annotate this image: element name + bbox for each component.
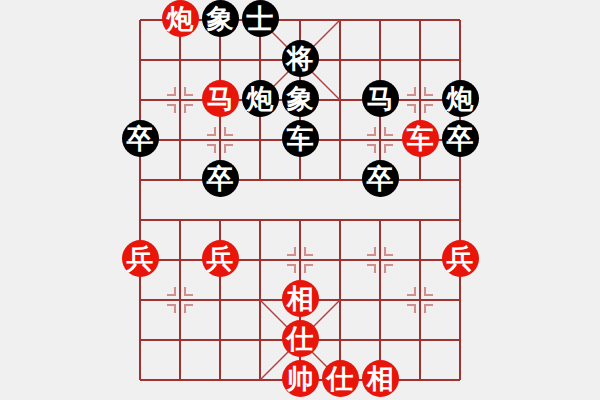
piece-black-soldier[interactable]: 卒 xyxy=(442,120,479,157)
piece-red-soldier[interactable]: 兵 xyxy=(202,240,239,277)
piece-red-general[interactable]: 帅 xyxy=(282,360,319,397)
piece-black-cannon[interactable]: 炮 xyxy=(442,80,479,117)
piece-red-advisor[interactable]: 仕 xyxy=(322,360,359,397)
piece-red-elephant[interactable]: 相 xyxy=(362,360,399,397)
piece-black-cannon[interactable]: 炮 xyxy=(242,80,279,117)
piece-black-soldier[interactable]: 卒 xyxy=(202,160,239,197)
pieces-layer: 炮象士将马炮象马炮卒车车卒卒卒兵兵兵相仕帅仕相 xyxy=(0,0,600,400)
piece-red-soldier[interactable]: 兵 xyxy=(442,240,479,277)
piece-red-cannon[interactable]: 炮 xyxy=(162,0,199,37)
piece-red-horse[interactable]: 马 xyxy=(202,80,239,117)
piece-red-advisor[interactable]: 仕 xyxy=(282,320,319,357)
piece-black-chariot[interactable]: 车 xyxy=(282,120,319,157)
piece-red-elephant[interactable]: 相 xyxy=(282,280,319,317)
piece-black-advisor[interactable]: 士 xyxy=(242,0,279,37)
piece-black-horse[interactable]: 马 xyxy=(362,80,399,117)
xiangqi-app: 炮象士将马炮象马炮卒车车卒卒卒兵兵兵相仕帅仕相 xyxy=(0,0,600,400)
piece-red-chariot[interactable]: 车 xyxy=(402,120,439,157)
piece-black-soldier[interactable]: 卒 xyxy=(362,160,399,197)
piece-red-soldier[interactable]: 兵 xyxy=(122,240,159,277)
piece-black-general[interactable]: 将 xyxy=(282,40,319,77)
piece-black-elephant[interactable]: 象 xyxy=(282,80,319,117)
piece-black-elephant[interactable]: 象 xyxy=(202,0,239,37)
piece-black-soldier[interactable]: 卒 xyxy=(122,120,159,157)
